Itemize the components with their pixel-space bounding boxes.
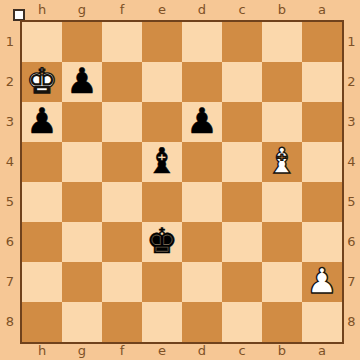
square-e3[interactable] <box>142 102 182 142</box>
square-b6[interactable] <box>262 222 302 262</box>
rank-label-right-4: 4 <box>344 142 359 182</box>
rank-label-left-6: 6 <box>0 222 20 262</box>
square-c6[interactable] <box>222 222 262 262</box>
square-a7[interactable]: ♟ <box>302 262 342 302</box>
square-a3[interactable] <box>302 102 342 142</box>
piece-white-pawn-a7[interactable]: ♟ <box>306 264 337 299</box>
square-a8[interactable] <box>302 302 342 342</box>
square-h4[interactable] <box>22 142 62 182</box>
chess-diagram: hgfedcba 12345678 12345678 ♚♟♟♟♝♝♚♟ hgfe… <box>0 0 360 360</box>
rank-label-right-3: 3 <box>344 102 359 142</box>
square-b1[interactable] <box>262 22 302 62</box>
rank-label-left-7: 7 <box>0 262 20 302</box>
square-b3[interactable] <box>262 102 302 142</box>
square-f8[interactable] <box>102 302 142 342</box>
file-label-top-f: f <box>102 0 142 20</box>
square-h3[interactable]: ♟ <box>22 102 62 142</box>
piece-white-king-h2[interactable]: ♚ <box>26 64 57 99</box>
rank-label-right-7: 7 <box>344 262 359 302</box>
square-g4[interactable] <box>62 142 102 182</box>
rank-label-right-2: 2 <box>344 62 359 102</box>
square-b4[interactable]: ♝ <box>262 142 302 182</box>
square-b5[interactable] <box>262 182 302 222</box>
square-f1[interactable] <box>102 22 142 62</box>
file-labels-top: hgfedcba <box>22 0 342 20</box>
file-label-top-h: h <box>22 0 62 20</box>
file-label-top-a: a <box>302 0 342 20</box>
rank-label-left-1: 1 <box>0 22 20 62</box>
square-g6[interactable] <box>62 222 102 262</box>
square-b7[interactable] <box>262 262 302 302</box>
square-c7[interactable] <box>222 262 262 302</box>
piece-black-pawn-d3[interactable]: ♟ <box>186 104 217 139</box>
square-f4[interactable] <box>102 142 142 182</box>
square-d5[interactable] <box>182 182 222 222</box>
piece-black-bishop-e4[interactable]: ♝ <box>146 144 177 179</box>
file-label-top-b: b <box>262 0 302 20</box>
file-label-bottom-f: f <box>102 343 142 360</box>
file-labels-bottom: hgfedcba <box>22 343 342 360</box>
square-e5[interactable] <box>142 182 182 222</box>
file-label-top-c: c <box>222 0 262 20</box>
square-f3[interactable] <box>102 102 142 142</box>
file-label-bottom-a: a <box>302 343 342 360</box>
file-label-bottom-h: h <box>22 343 62 360</box>
rank-labels-right: 12345678 <box>344 22 359 342</box>
rank-labels-left: 12345678 <box>0 22 20 342</box>
rank-label-right-8: 8 <box>344 302 359 342</box>
square-b2[interactable] <box>262 62 302 102</box>
square-e2[interactable] <box>142 62 182 102</box>
square-c4[interactable] <box>222 142 262 182</box>
rank-label-right-1: 1 <box>344 22 359 62</box>
file-label-bottom-e: e <box>142 343 182 360</box>
square-a1[interactable] <box>302 22 342 62</box>
square-h8[interactable] <box>22 302 62 342</box>
file-label-bottom-g: g <box>62 343 102 360</box>
square-g5[interactable] <box>62 182 102 222</box>
square-d2[interactable] <box>182 62 222 102</box>
square-g3[interactable] <box>62 102 102 142</box>
square-h6[interactable] <box>22 222 62 262</box>
square-e7[interactable] <box>142 262 182 302</box>
square-e8[interactable] <box>142 302 182 342</box>
square-g1[interactable] <box>62 22 102 62</box>
rank-label-right-6: 6 <box>344 222 359 262</box>
square-h2[interactable]: ♚ <box>22 62 62 102</box>
square-d8[interactable] <box>182 302 222 342</box>
piece-black-pawn-g2[interactable]: ♟ <box>66 64 97 99</box>
file-label-top-g: g <box>62 0 102 20</box>
rank-label-right-5: 5 <box>344 182 359 222</box>
rank-label-left-4: 4 <box>0 142 20 182</box>
file-label-bottom-b: b <box>262 343 302 360</box>
square-c1[interactable] <box>222 22 262 62</box>
square-a4[interactable] <box>302 142 342 182</box>
square-a6[interactable] <box>302 222 342 262</box>
square-g2[interactable]: ♟ <box>62 62 102 102</box>
square-e4[interactable]: ♝ <box>142 142 182 182</box>
square-c3[interactable] <box>222 102 262 142</box>
square-g7[interactable] <box>62 262 102 302</box>
square-a5[interactable] <box>302 182 342 222</box>
square-e1[interactable] <box>142 22 182 62</box>
square-c5[interactable] <box>222 182 262 222</box>
square-f7[interactable] <box>102 262 142 302</box>
chess-board: ♚♟♟♟♝♝♚♟ <box>20 20 344 344</box>
square-f6[interactable] <box>102 222 142 262</box>
square-c8[interactable] <box>222 302 262 342</box>
square-h7[interactable] <box>22 262 62 302</box>
file-label-top-e: e <box>142 0 182 20</box>
square-h1[interactable] <box>22 22 62 62</box>
piece-white-bishop-b4[interactable]: ♝ <box>266 144 297 179</box>
square-d3[interactable]: ♟ <box>182 102 222 142</box>
piece-black-king-e6[interactable]: ♚ <box>146 224 177 259</box>
square-c2[interactable] <box>222 62 262 102</box>
square-f2[interactable] <box>102 62 142 102</box>
square-f5[interactable] <box>102 182 142 222</box>
rank-label-left-2: 2 <box>0 62 20 102</box>
file-label-bottom-c: c <box>222 343 262 360</box>
file-label-top-d: d <box>182 0 222 20</box>
piece-black-pawn-h3[interactable]: ♟ <box>26 104 57 139</box>
file-label-bottom-d: d <box>182 343 222 360</box>
rank-label-left-5: 5 <box>0 182 20 222</box>
square-g8[interactable] <box>62 302 102 342</box>
square-d7[interactable] <box>182 262 222 302</box>
square-b8[interactable] <box>262 302 302 342</box>
rank-label-left-3: 3 <box>0 102 20 142</box>
square-a2[interactable] <box>302 62 342 102</box>
rank-label-left-8: 8 <box>0 302 20 342</box>
square-d6[interactable] <box>182 222 222 262</box>
square-d1[interactable] <box>182 22 222 62</box>
square-e6[interactable]: ♚ <box>142 222 182 262</box>
square-h5[interactable] <box>22 182 62 222</box>
square-d4[interactable] <box>182 142 222 182</box>
